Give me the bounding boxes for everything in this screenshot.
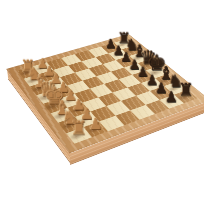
chess-board: ♜♟♟♜♞♟♟♞♝♟♟♝♛♟♟♛♚♟♟♚♝♟♟♝♞♟♟♞♜♟♟♜ <box>6 34 204 153</box>
chessboard-photo: ♜♟♟♜♞♟♟♞♝♟♟♝♛♟♟♛♚♟♟♚♝♟♟♝♞♟♟♞♜♟♟♜ <box>0 0 204 204</box>
black-rook-glyph: ♜ <box>177 81 193 99</box>
white-rook-glyph: ♜ <box>70 118 87 137</box>
